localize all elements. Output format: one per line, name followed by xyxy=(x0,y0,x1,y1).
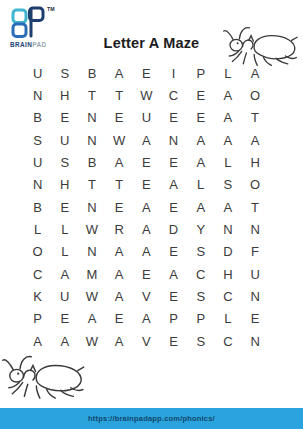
grid-cell: D xyxy=(214,241,241,263)
grid-cell: W xyxy=(78,285,105,307)
grid-cell: U xyxy=(24,62,51,84)
grid-cell: B xyxy=(24,107,51,129)
grid-cell: N xyxy=(160,129,187,151)
grid-cell: A xyxy=(133,218,160,240)
grid-cell: B xyxy=(24,196,51,218)
grid-cell: W xyxy=(78,330,105,352)
grid-cell: U xyxy=(24,151,51,173)
grid-cell: N xyxy=(24,174,51,196)
grid-cell: A xyxy=(51,263,78,285)
grid-cell: H xyxy=(214,263,241,285)
grid-cell: P xyxy=(160,308,187,330)
grid-cell: A xyxy=(214,107,241,129)
grid-cell: S xyxy=(187,330,214,352)
grid-cell: H xyxy=(242,151,269,173)
grid-cell: S xyxy=(187,285,214,307)
footer-url-link[interactable]: https://brainpadapp.com/phonics/ xyxy=(88,414,215,423)
grid-cell: E xyxy=(51,107,78,129)
grid-cell: A xyxy=(24,330,51,352)
grid-cell: A xyxy=(214,84,241,106)
trademark-symbol: TM xyxy=(47,6,55,12)
grid-cell: A xyxy=(133,308,160,330)
page-title: Letter A Maze xyxy=(0,35,303,51)
grid-cell: S xyxy=(214,174,241,196)
grid-cell: A xyxy=(242,62,269,84)
grid-cell: A xyxy=(106,241,133,263)
grid-cell: F xyxy=(242,241,269,263)
grid-cell: E xyxy=(51,196,78,218)
grid-cell: E xyxy=(133,62,160,84)
grid-cell: A xyxy=(242,129,269,151)
grid-cell: O xyxy=(242,174,269,196)
grid-cell: L xyxy=(51,218,78,240)
grid-cell: A xyxy=(106,263,133,285)
grid-cell: W xyxy=(133,84,160,106)
grid-cell: B xyxy=(78,62,105,84)
grid-cell: A xyxy=(160,174,187,196)
grid-cell: L xyxy=(214,62,241,84)
grid-cell: O xyxy=(24,241,51,263)
grid-cell: A xyxy=(51,330,78,352)
grid-cell: E xyxy=(160,151,187,173)
worksheet-page: TM BRAINPAD Letter A Maze USBAEIPLANHTTW… xyxy=(0,0,303,429)
grid-cell: S xyxy=(51,62,78,84)
grid-cell: A xyxy=(133,196,160,218)
grid-cell: C xyxy=(214,285,241,307)
grid-cell: E xyxy=(160,285,187,307)
grid-cell: R xyxy=(106,218,133,240)
grid-cell: A xyxy=(133,241,160,263)
grid-cell: E xyxy=(133,263,160,285)
grid-cell: E xyxy=(51,308,78,330)
grid-cell: E xyxy=(160,107,187,129)
grid-cell: E xyxy=(160,196,187,218)
grid-cell: A xyxy=(106,151,133,173)
grid-cell: E xyxy=(160,330,187,352)
grid-cell: N xyxy=(242,330,269,352)
grid-cell: N xyxy=(214,218,241,240)
grid-cell: L xyxy=(24,218,51,240)
grid-cell: S xyxy=(187,241,214,263)
grid-cell: T xyxy=(78,84,105,106)
grid-cell: T xyxy=(106,174,133,196)
grid-cell: N xyxy=(78,196,105,218)
grid-cell: T xyxy=(106,84,133,106)
grid-cell: N xyxy=(24,84,51,106)
grid-cell: E xyxy=(187,84,214,106)
grid-cell: W xyxy=(106,129,133,151)
grid-cell: C xyxy=(24,263,51,285)
grid-cell: E xyxy=(106,308,133,330)
grid-cell: E xyxy=(160,241,187,263)
ant-illustration-bottom-left xyxy=(2,345,88,403)
grid-cell: T xyxy=(78,174,105,196)
grid-cell: A xyxy=(187,151,214,173)
grid-cell: N xyxy=(78,241,105,263)
grid-cell: W xyxy=(78,218,105,240)
grid-cell: A xyxy=(78,308,105,330)
grid-cell: B xyxy=(78,151,105,173)
grid-cell: P xyxy=(187,62,214,84)
grid-cell: T xyxy=(242,107,269,129)
grid-cell: L xyxy=(214,151,241,173)
grid-cell: S xyxy=(51,151,78,173)
grid-cell: I xyxy=(160,62,187,84)
grid-cell: C xyxy=(160,84,187,106)
grid-cell: O xyxy=(242,84,269,106)
footer-bar: https://brainpadapp.com/phonics/ xyxy=(0,408,303,429)
grid-cell: E xyxy=(187,107,214,129)
grid-cell: C xyxy=(187,263,214,285)
grid-cell: A xyxy=(214,196,241,218)
grid-cell: A xyxy=(106,330,133,352)
grid-cell: S xyxy=(24,129,51,151)
grid-cell: L xyxy=(214,308,241,330)
grid-cell: N xyxy=(78,107,105,129)
grid-cell: A xyxy=(160,263,187,285)
grid-cell: E xyxy=(242,308,269,330)
grid-cell: H xyxy=(51,174,78,196)
grid-cell: L xyxy=(51,241,78,263)
grid-cell: T xyxy=(242,196,269,218)
grid-cell: E xyxy=(133,174,160,196)
grid-cell: N xyxy=(242,285,269,307)
grid-cell: D xyxy=(160,218,187,240)
grid-cell: Y xyxy=(187,218,214,240)
grid-cell: U xyxy=(133,107,160,129)
grid-cell: E xyxy=(106,107,133,129)
letter-grid: USBAEIPLANHTTWCEAOBENEUEEATSUNWANAAAUSBA… xyxy=(24,62,269,352)
grid-cell: K xyxy=(24,285,51,307)
grid-cell: H xyxy=(51,84,78,106)
grid-cell: V xyxy=(133,285,160,307)
grid-cell: U xyxy=(51,129,78,151)
grid-cell: E xyxy=(133,151,160,173)
grid-cell: M xyxy=(78,263,105,285)
grid-cell: A xyxy=(133,129,160,151)
grid-cell: N xyxy=(242,218,269,240)
grid-cell: A xyxy=(187,196,214,218)
grid-cell: P xyxy=(24,308,51,330)
grid-cell: A xyxy=(106,62,133,84)
grid-cell: A xyxy=(106,285,133,307)
grid-cell: A xyxy=(214,129,241,151)
grid-cell: N xyxy=(78,129,105,151)
grid-cell: C xyxy=(214,330,241,352)
grid-cell: L xyxy=(187,174,214,196)
grid-cell: V xyxy=(133,330,160,352)
grid-cell: U xyxy=(51,285,78,307)
grid-cell: A xyxy=(187,129,214,151)
grid-cell: U xyxy=(242,263,269,285)
grid-cell: E xyxy=(106,196,133,218)
grid-cell: P xyxy=(187,308,214,330)
